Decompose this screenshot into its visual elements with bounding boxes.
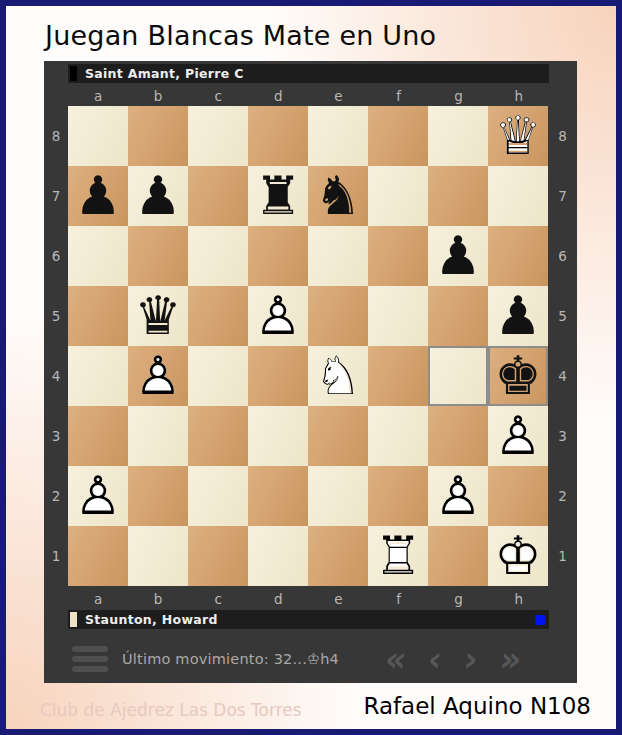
- controls-bar: Último movimiento: 32...♔h4 « ‹ › »: [68, 639, 549, 679]
- square-g5[interactable]: [428, 286, 488, 346]
- square-h2[interactable]: [488, 466, 548, 526]
- square-f3[interactable]: [368, 406, 428, 466]
- square-a5[interactable]: [68, 286, 128, 346]
- file-label-c: c: [188, 86, 248, 106]
- square-c3[interactable]: [188, 406, 248, 466]
- square-f8[interactable]: [368, 106, 428, 166]
- piece-white-knight: ♞♘: [308, 346, 368, 406]
- file-label-a: a: [68, 86, 128, 106]
- piece-black-pawn: ♟: [128, 166, 188, 226]
- square-h5[interactable]: ♟: [488, 286, 548, 346]
- piece-black-pawn: ♟: [68, 166, 128, 226]
- square-a6[interactable]: [68, 226, 128, 286]
- square-h6[interactable]: [488, 226, 548, 286]
- rank-label-5: 5: [548, 286, 577, 346]
- move-navigation: « ‹ › »: [385, 641, 521, 677]
- turn-indicator: [535, 615, 545, 625]
- square-b3[interactable]: [128, 406, 188, 466]
- piece-black-knight: ♞: [308, 166, 368, 226]
- player-name-black: Saint Amant, Pierre C: [85, 66, 244, 81]
- file-label-g: g: [429, 86, 489, 106]
- file-label-b: b: [128, 589, 188, 609]
- square-e4[interactable]: ♞♘: [308, 346, 368, 406]
- piece-black-king: ♚: [488, 346, 548, 406]
- file-label-c: c: [188, 589, 248, 609]
- rank-label-8: 8: [44, 106, 68, 166]
- square-f6[interactable]: [368, 226, 428, 286]
- file-label-h: h: [489, 86, 549, 106]
- piece-black-pawn: ♟: [488, 286, 548, 346]
- file-label-g: g: [429, 589, 489, 609]
- player-name-white: Staunton, Howard: [85, 612, 218, 627]
- square-d1[interactable]: [248, 526, 308, 586]
- square-e6[interactable]: [308, 226, 368, 286]
- square-h8[interactable]: ♛♕: [488, 106, 548, 166]
- square-e1[interactable]: [308, 526, 368, 586]
- square-h4[interactable]: ♚: [488, 346, 548, 406]
- rank-label-2: 2: [44, 466, 68, 526]
- black-side-indicator: [70, 66, 77, 81]
- square-f4[interactable]: [368, 346, 428, 406]
- square-d4[interactable]: [248, 346, 308, 406]
- page: Juegan Blancas Mate en Uno Saint Amant, …: [0, 0, 622, 735]
- square-b1[interactable]: [128, 526, 188, 586]
- square-d3[interactable]: [248, 406, 308, 466]
- square-c8[interactable]: [188, 106, 248, 166]
- file-label-h: h: [489, 589, 549, 609]
- nav-first-button[interactable]: «: [382, 640, 409, 678]
- square-a2[interactable]: ♟♙: [68, 466, 128, 526]
- piece-white-pawn: ♟♙: [428, 466, 488, 526]
- chess-board: ♛♕♟♟♜♞♟♛♟♙♟♟♙♞♘♚♟♙♟♙♟♙♜♖♚♔: [68, 106, 548, 586]
- chess-app-panel: Saint Amant, Pierre C abcdefgh 87654321 …: [44, 61, 577, 683]
- square-f2[interactable]: [368, 466, 428, 526]
- piece-white-pawn: ♟♙: [488, 406, 548, 466]
- square-a7[interactable]: ♟: [68, 166, 128, 226]
- square-g8[interactable]: [428, 106, 488, 166]
- rank-labels-left: 87654321: [44, 106, 68, 586]
- file-label-d: d: [248, 86, 308, 106]
- square-g6[interactable]: ♟: [428, 226, 488, 286]
- square-b7[interactable]: ♟: [128, 166, 188, 226]
- square-c5[interactable]: [188, 286, 248, 346]
- square-c2[interactable]: [188, 466, 248, 526]
- square-c6[interactable]: [188, 226, 248, 286]
- square-g7[interactable]: [428, 166, 488, 226]
- menu-icon[interactable]: [72, 646, 108, 672]
- square-e8[interactable]: [308, 106, 368, 166]
- piece-white-king: ♚♔: [488, 526, 548, 586]
- square-f7[interactable]: [368, 166, 428, 226]
- nav-prev-button[interactable]: ‹: [426, 640, 445, 678]
- piece-white-rook: ♜♖: [368, 526, 428, 586]
- rank-label-6: 6: [548, 226, 577, 286]
- square-c4[interactable]: [188, 346, 248, 406]
- rank-label-7: 7: [548, 166, 577, 226]
- square-e7[interactable]: ♞: [308, 166, 368, 226]
- piece-black-rook: ♜: [248, 166, 308, 226]
- square-h1[interactable]: ♚♔: [488, 526, 548, 586]
- square-d8[interactable]: [248, 106, 308, 166]
- square-g3[interactable]: [428, 406, 488, 466]
- square-a3[interactable]: [68, 406, 128, 466]
- rank-label-4: 4: [548, 346, 577, 406]
- square-h7[interactable]: [488, 166, 548, 226]
- author-name: Rafael Aquino N108: [363, 693, 591, 719]
- square-b4[interactable]: ♟♙: [128, 346, 188, 406]
- square-e2[interactable]: [308, 466, 368, 526]
- file-label-a: a: [68, 589, 128, 609]
- last-move-label: Último movimiento: 32...♔h4: [122, 651, 339, 667]
- square-a4[interactable]: [68, 346, 128, 406]
- square-f5[interactable]: [368, 286, 428, 346]
- nav-next-button[interactable]: ›: [461, 640, 480, 678]
- square-a8[interactable]: [68, 106, 128, 166]
- square-b8[interactable]: [128, 106, 188, 166]
- square-b5[interactable]: ♛: [128, 286, 188, 346]
- rank-label-5: 5: [44, 286, 68, 346]
- square-e5[interactable]: [308, 286, 368, 346]
- piece-white-queen: ♛♕: [488, 106, 548, 166]
- piece-white-pawn: ♟♙: [128, 346, 188, 406]
- square-h3[interactable]: ♟♙: [488, 406, 548, 466]
- file-label-d: d: [248, 589, 308, 609]
- square-e3[interactable]: [308, 406, 368, 466]
- piece-black-queen: ♛: [128, 286, 188, 346]
- square-b6[interactable]: [128, 226, 188, 286]
- rank-label-1: 1: [44, 526, 68, 586]
- white-side-indicator: [70, 612, 77, 627]
- rank-label-7: 7: [44, 166, 68, 226]
- square-g1[interactable]: [428, 526, 488, 586]
- square-d6[interactable]: [248, 226, 308, 286]
- square-g4[interactable]: [428, 346, 488, 406]
- square-a1[interactable]: [68, 526, 128, 586]
- rank-label-1: 1: [548, 526, 577, 586]
- rank-label-8: 8: [548, 106, 577, 166]
- file-label-e: e: [308, 589, 368, 609]
- rank-labels-right: 87654321: [548, 106, 577, 586]
- rank-label-6: 6: [44, 226, 68, 286]
- file-label-f: f: [368, 589, 428, 609]
- square-b2[interactable]: [128, 466, 188, 526]
- player-bar-white: Staunton, Howard: [68, 610, 549, 629]
- square-f1[interactable]: ♜♖: [368, 526, 428, 586]
- player-bar-black: Saint Amant, Pierre C: [68, 64, 549, 83]
- rank-label-4: 4: [44, 346, 68, 406]
- file-labels-bottom: abcdefgh: [68, 589, 549, 609]
- square-d2[interactable]: [248, 466, 308, 526]
- piece-black-pawn: ♟: [428, 226, 488, 286]
- file-label-e: e: [308, 86, 368, 106]
- square-g2[interactable]: ♟♙: [428, 466, 488, 526]
- file-labels-top: abcdefgh: [68, 86, 549, 106]
- rank-label-3: 3: [548, 406, 577, 466]
- file-label-b: b: [128, 86, 188, 106]
- square-d5[interactable]: ♟♙: [248, 286, 308, 346]
- square-c1[interactable]: [188, 526, 248, 586]
- piece-white-pawn: ♟♙: [248, 286, 308, 346]
- page-title: Juegan Blancas Mate en Uno: [45, 20, 436, 51]
- club-name: Club de Ajedrez Las Dos Torres: [40, 700, 302, 720]
- square-c7[interactable]: [188, 166, 248, 226]
- square-d7[interactable]: ♜: [248, 166, 308, 226]
- rank-label-3: 3: [44, 406, 68, 466]
- nav-last-button[interactable]: »: [497, 640, 524, 678]
- piece-white-pawn: ♟♙: [68, 466, 128, 526]
- rank-label-2: 2: [548, 466, 577, 526]
- file-label-f: f: [368, 86, 428, 106]
